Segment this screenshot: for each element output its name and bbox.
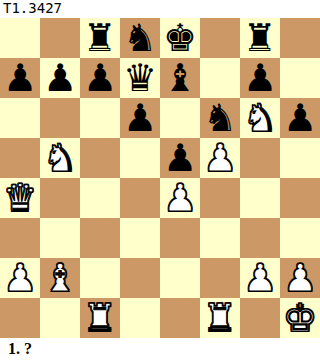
- black-bishop[interactable]: ♝: [163, 58, 197, 98]
- square-a4[interactable]: ♛: [0, 178, 40, 218]
- square-e2[interactable]: [160, 258, 200, 298]
- square-h5[interactable]: [280, 138, 320, 178]
- square-e4[interactable]: ♟: [160, 178, 200, 218]
- white-bishop[interactable]: ♝: [43, 258, 77, 298]
- square-g6[interactable]: ♞: [240, 98, 280, 138]
- square-h1[interactable]: ♚: [280, 298, 320, 338]
- black-knight[interactable]: ♞: [123, 18, 157, 58]
- square-a2[interactable]: ♟: [0, 258, 40, 298]
- square-g7[interactable]: ♟: [240, 58, 280, 98]
- square-c3[interactable]: [80, 218, 120, 258]
- square-e7[interactable]: ♝: [160, 58, 200, 98]
- chess-board: ♜♞♚♜♟♟♟♛♝♟♟♞♞♟♞♟♟♛♟♟♝♟♟♜♜♚: [0, 18, 320, 338]
- white-queen[interactable]: ♛: [3, 178, 37, 218]
- white-knight[interactable]: ♞: [243, 98, 277, 138]
- square-g2[interactable]: ♟: [240, 258, 280, 298]
- square-b5[interactable]: ♞: [40, 138, 80, 178]
- square-c7[interactable]: ♟: [80, 58, 120, 98]
- square-d8[interactable]: ♞: [120, 18, 160, 58]
- black-rook[interactable]: ♜: [243, 18, 277, 58]
- square-a3[interactable]: [0, 218, 40, 258]
- square-e5[interactable]: ♟: [160, 138, 200, 178]
- black-pawn[interactable]: ♟: [243, 58, 277, 98]
- square-b3[interactable]: [40, 218, 80, 258]
- square-b7[interactable]: ♟: [40, 58, 80, 98]
- square-h8[interactable]: [280, 18, 320, 58]
- square-d6[interactable]: ♟: [120, 98, 160, 138]
- move-prompt: 1. ?: [0, 338, 320, 360]
- square-e8[interactable]: ♚: [160, 18, 200, 58]
- square-h7[interactable]: [280, 58, 320, 98]
- white-pawn[interactable]: ♟: [3, 258, 37, 298]
- square-b4[interactable]: [40, 178, 80, 218]
- square-f2[interactable]: [200, 258, 240, 298]
- square-a5[interactable]: [0, 138, 40, 178]
- square-f3[interactable]: [200, 218, 240, 258]
- square-c1[interactable]: ♜: [80, 298, 120, 338]
- black-knight[interactable]: ♞: [203, 98, 237, 138]
- square-c5[interactable]: [80, 138, 120, 178]
- square-c2[interactable]: [80, 258, 120, 298]
- black-rook[interactable]: ♜: [83, 18, 117, 58]
- square-h6[interactable]: ♟: [280, 98, 320, 138]
- square-e1[interactable]: [160, 298, 200, 338]
- white-king[interactable]: ♚: [283, 298, 317, 338]
- square-b6[interactable]: [40, 98, 80, 138]
- square-g1[interactable]: [240, 298, 280, 338]
- square-b8[interactable]: [40, 18, 80, 58]
- square-g8[interactable]: ♜: [240, 18, 280, 58]
- square-h2[interactable]: ♟: [280, 258, 320, 298]
- white-pawn[interactable]: ♟: [243, 258, 277, 298]
- square-g3[interactable]: [240, 218, 280, 258]
- square-a8[interactable]: [0, 18, 40, 58]
- square-a6[interactable]: [0, 98, 40, 138]
- black-pawn[interactable]: ♟: [283, 98, 317, 138]
- black-king[interactable]: ♚: [163, 18, 197, 58]
- black-pawn[interactable]: ♟: [43, 58, 77, 98]
- white-pawn[interactable]: ♟: [283, 258, 317, 298]
- square-c8[interactable]: ♜: [80, 18, 120, 58]
- square-f6[interactable]: ♞: [200, 98, 240, 138]
- black-pawn[interactable]: ♟: [163, 138, 197, 178]
- white-pawn[interactable]: ♟: [163, 178, 197, 218]
- square-h3[interactable]: [280, 218, 320, 258]
- white-rook[interactable]: ♜: [83, 298, 117, 338]
- square-c6[interactable]: [80, 98, 120, 138]
- square-f1[interactable]: ♜: [200, 298, 240, 338]
- square-d3[interactable]: [120, 218, 160, 258]
- square-f8[interactable]: [200, 18, 240, 58]
- square-f7[interactable]: [200, 58, 240, 98]
- square-c4[interactable]: [80, 178, 120, 218]
- square-h4[interactable]: [280, 178, 320, 218]
- square-f4[interactable]: [200, 178, 240, 218]
- square-d7[interactable]: ♛: [120, 58, 160, 98]
- square-g4[interactable]: [240, 178, 280, 218]
- square-g5[interactable]: [240, 138, 280, 178]
- white-knight[interactable]: ♞: [43, 138, 77, 178]
- square-d2[interactable]: [120, 258, 160, 298]
- square-d4[interactable]: [120, 178, 160, 218]
- square-a1[interactable]: [0, 298, 40, 338]
- black-pawn[interactable]: ♟: [123, 98, 157, 138]
- square-d1[interactable]: [120, 298, 160, 338]
- black-pawn[interactable]: ♟: [83, 58, 117, 98]
- white-rook[interactable]: ♜: [203, 298, 237, 338]
- square-b1[interactable]: [40, 298, 80, 338]
- chess-puzzle-view: T1.3427 ♜♞♚♜♟♟♟♛♝♟♟♞♞♟♞♟♟♛♟♟♝♟♟♜♜♚ 1. ?: [0, 0, 320, 360]
- square-b2[interactable]: ♝: [40, 258, 80, 298]
- square-f5[interactable]: ♟: [200, 138, 240, 178]
- square-e6[interactable]: [160, 98, 200, 138]
- black-queen[interactable]: ♛: [123, 58, 157, 98]
- white-pawn[interactable]: ♟: [203, 138, 237, 178]
- square-e3[interactable]: [160, 218, 200, 258]
- black-pawn[interactable]: ♟: [3, 58, 37, 98]
- square-d5[interactable]: [120, 138, 160, 178]
- square-a7[interactable]: ♟: [0, 58, 40, 98]
